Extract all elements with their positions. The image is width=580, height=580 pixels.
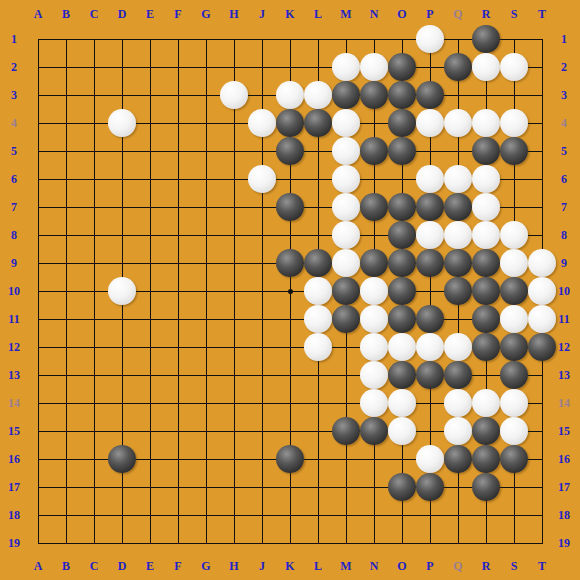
intersection-Q9[interactable] xyxy=(444,249,472,277)
intersection-T4[interactable] xyxy=(528,109,556,137)
intersection-C14[interactable] xyxy=(80,389,108,417)
intersection-T5[interactable] xyxy=(528,137,556,165)
intersection-H14[interactable] xyxy=(220,389,248,417)
intersection-F11[interactable] xyxy=(164,305,192,333)
intersection-P13[interactable] xyxy=(416,361,444,389)
intersection-P4[interactable] xyxy=(416,109,444,137)
intersection-O11[interactable] xyxy=(388,305,416,333)
intersection-H17[interactable] xyxy=(220,473,248,501)
intersection-Q11[interactable] xyxy=(444,305,472,333)
intersection-P3[interactable] xyxy=(416,81,444,109)
intersection-T15[interactable] xyxy=(528,417,556,445)
intersection-P10[interactable] xyxy=(416,277,444,305)
intersection-D11[interactable] xyxy=(108,305,136,333)
intersection-H15[interactable] xyxy=(220,417,248,445)
intersection-N14[interactable] xyxy=(360,389,388,417)
intersection-S15[interactable] xyxy=(500,417,528,445)
intersection-H18[interactable] xyxy=(220,501,248,529)
intersection-B15[interactable] xyxy=(52,417,80,445)
intersection-P17[interactable] xyxy=(416,473,444,501)
intersection-R11[interactable] xyxy=(472,305,500,333)
intersection-L12[interactable] xyxy=(304,333,332,361)
intersection-C9[interactable] xyxy=(80,249,108,277)
intersection-C4[interactable] xyxy=(80,109,108,137)
intersection-A10[interactable] xyxy=(24,277,52,305)
intersection-F19[interactable] xyxy=(164,529,192,557)
intersection-Q1[interactable] xyxy=(444,25,472,53)
intersection-J2[interactable] xyxy=(248,53,276,81)
intersection-E12[interactable] xyxy=(136,333,164,361)
intersection-D10[interactable] xyxy=(108,277,136,305)
intersection-A7[interactable] xyxy=(24,193,52,221)
intersection-Q4[interactable] xyxy=(444,109,472,137)
intersection-H19[interactable] xyxy=(220,529,248,557)
intersection-F4[interactable] xyxy=(164,109,192,137)
intersection-M6[interactable] xyxy=(332,165,360,193)
intersection-T6[interactable] xyxy=(528,165,556,193)
intersection-C2[interactable] xyxy=(80,53,108,81)
intersection-S7[interactable] xyxy=(500,193,528,221)
intersection-O5[interactable] xyxy=(388,137,416,165)
intersection-K13[interactable] xyxy=(276,361,304,389)
intersection-B4[interactable] xyxy=(52,109,80,137)
intersection-K3[interactable] xyxy=(276,81,304,109)
intersection-M7[interactable] xyxy=(332,193,360,221)
intersection-D8[interactable] xyxy=(108,221,136,249)
intersection-G16[interactable] xyxy=(192,445,220,473)
intersection-F16[interactable] xyxy=(164,445,192,473)
intersection-C1[interactable] xyxy=(80,25,108,53)
intersection-H12[interactable] xyxy=(220,333,248,361)
intersection-T13[interactable] xyxy=(528,361,556,389)
intersection-P15[interactable] xyxy=(416,417,444,445)
intersection-J19[interactable] xyxy=(248,529,276,557)
intersection-L15[interactable] xyxy=(304,417,332,445)
intersection-N1[interactable] xyxy=(360,25,388,53)
intersection-R12[interactable] xyxy=(472,333,500,361)
intersection-Q18[interactable] xyxy=(444,501,472,529)
intersection-T11[interactable] xyxy=(528,305,556,333)
intersection-P16[interactable] xyxy=(416,445,444,473)
intersection-O4[interactable] xyxy=(388,109,416,137)
intersection-F3[interactable] xyxy=(164,81,192,109)
intersection-L5[interactable] xyxy=(304,137,332,165)
intersection-C15[interactable] xyxy=(80,417,108,445)
intersection-S5[interactable] xyxy=(500,137,528,165)
intersection-Q12[interactable] xyxy=(444,333,472,361)
intersection-P5[interactable] xyxy=(416,137,444,165)
intersection-G7[interactable] xyxy=(192,193,220,221)
intersection-T2[interactable] xyxy=(528,53,556,81)
intersection-J10[interactable] xyxy=(248,277,276,305)
intersection-K12[interactable] xyxy=(276,333,304,361)
intersection-L13[interactable] xyxy=(304,361,332,389)
intersection-L7[interactable] xyxy=(304,193,332,221)
intersection-M11[interactable] xyxy=(332,305,360,333)
intersection-C7[interactable] xyxy=(80,193,108,221)
intersection-P12[interactable] xyxy=(416,333,444,361)
intersection-Q8[interactable] xyxy=(444,221,472,249)
intersection-O9[interactable] xyxy=(388,249,416,277)
intersection-P7[interactable] xyxy=(416,193,444,221)
intersection-J11[interactable] xyxy=(248,305,276,333)
intersection-O16[interactable] xyxy=(388,445,416,473)
intersection-R4[interactable] xyxy=(472,109,500,137)
intersection-J6[interactable] xyxy=(248,165,276,193)
intersection-Q3[interactable] xyxy=(444,81,472,109)
intersection-T18[interactable] xyxy=(528,501,556,529)
intersection-D7[interactable] xyxy=(108,193,136,221)
intersection-K4[interactable] xyxy=(276,109,304,137)
intersection-B16[interactable] xyxy=(52,445,80,473)
intersection-D15[interactable] xyxy=(108,417,136,445)
intersection-D14[interactable] xyxy=(108,389,136,417)
intersection-J3[interactable] xyxy=(248,81,276,109)
intersection-P11[interactable] xyxy=(416,305,444,333)
intersection-O15[interactable] xyxy=(388,417,416,445)
intersection-H8[interactable] xyxy=(220,221,248,249)
intersection-C12[interactable] xyxy=(80,333,108,361)
intersection-K10[interactable] xyxy=(276,277,304,305)
intersection-M13[interactable] xyxy=(332,361,360,389)
intersection-S6[interactable] xyxy=(500,165,528,193)
intersection-K9[interactable] xyxy=(276,249,304,277)
intersection-O7[interactable] xyxy=(388,193,416,221)
intersection-K18[interactable] xyxy=(276,501,304,529)
intersection-M15[interactable] xyxy=(332,417,360,445)
intersection-R2[interactable] xyxy=(472,53,500,81)
intersection-H2[interactable] xyxy=(220,53,248,81)
intersection-H5[interactable] xyxy=(220,137,248,165)
intersection-C6[interactable] xyxy=(80,165,108,193)
intersection-O1[interactable] xyxy=(388,25,416,53)
intersection-A17[interactable] xyxy=(24,473,52,501)
intersection-A11[interactable] xyxy=(24,305,52,333)
intersection-F13[interactable] xyxy=(164,361,192,389)
intersection-R1[interactable] xyxy=(472,25,500,53)
intersection-S16[interactable] xyxy=(500,445,528,473)
intersection-M10[interactable] xyxy=(332,277,360,305)
intersection-T1[interactable] xyxy=(528,25,556,53)
intersection-L19[interactable] xyxy=(304,529,332,557)
intersection-N11[interactable] xyxy=(360,305,388,333)
intersection-P14[interactable] xyxy=(416,389,444,417)
intersection-R5[interactable] xyxy=(472,137,500,165)
intersection-N4[interactable] xyxy=(360,109,388,137)
intersection-H4[interactable] xyxy=(220,109,248,137)
intersection-E18[interactable] xyxy=(136,501,164,529)
intersection-R6[interactable] xyxy=(472,165,500,193)
intersection-J9[interactable] xyxy=(248,249,276,277)
intersection-Q2[interactable] xyxy=(444,53,472,81)
intersection-G4[interactable] xyxy=(192,109,220,137)
intersection-K7[interactable] xyxy=(276,193,304,221)
intersection-B12[interactable] xyxy=(52,333,80,361)
intersection-H16[interactable] xyxy=(220,445,248,473)
intersection-E10[interactable] xyxy=(136,277,164,305)
intersection-F2[interactable] xyxy=(164,53,192,81)
intersection-N12[interactable] xyxy=(360,333,388,361)
intersection-R13[interactable] xyxy=(472,361,500,389)
intersection-O18[interactable] xyxy=(388,501,416,529)
intersection-K14[interactable] xyxy=(276,389,304,417)
intersection-K8[interactable] xyxy=(276,221,304,249)
intersection-E17[interactable] xyxy=(136,473,164,501)
intersection-S9[interactable] xyxy=(500,249,528,277)
intersection-R17[interactable] xyxy=(472,473,500,501)
intersection-S10[interactable] xyxy=(500,277,528,305)
intersection-A5[interactable] xyxy=(24,137,52,165)
intersection-C3[interactable] xyxy=(80,81,108,109)
intersection-T16[interactable] xyxy=(528,445,556,473)
intersection-E7[interactable] xyxy=(136,193,164,221)
intersection-J16[interactable] xyxy=(248,445,276,473)
intersection-N18[interactable] xyxy=(360,501,388,529)
intersection-D6[interactable] xyxy=(108,165,136,193)
intersection-A13[interactable] xyxy=(24,361,52,389)
intersection-F15[interactable] xyxy=(164,417,192,445)
intersection-S2[interactable] xyxy=(500,53,528,81)
intersection-A14[interactable] xyxy=(24,389,52,417)
intersection-T3[interactable] xyxy=(528,81,556,109)
intersection-L17[interactable] xyxy=(304,473,332,501)
intersection-N7[interactable] xyxy=(360,193,388,221)
intersection-G9[interactable] xyxy=(192,249,220,277)
intersection-A15[interactable] xyxy=(24,417,52,445)
intersection-C8[interactable] xyxy=(80,221,108,249)
intersection-J17[interactable] xyxy=(248,473,276,501)
intersection-M14[interactable] xyxy=(332,389,360,417)
intersection-B7[interactable] xyxy=(52,193,80,221)
intersection-O17[interactable] xyxy=(388,473,416,501)
intersection-M5[interactable] xyxy=(332,137,360,165)
intersection-L16[interactable] xyxy=(304,445,332,473)
intersection-R8[interactable] xyxy=(472,221,500,249)
intersection-G8[interactable] xyxy=(192,221,220,249)
intersection-S12[interactable] xyxy=(500,333,528,361)
intersection-N19[interactable] xyxy=(360,529,388,557)
intersection-G5[interactable] xyxy=(192,137,220,165)
intersection-B9[interactable] xyxy=(52,249,80,277)
intersection-P6[interactable] xyxy=(416,165,444,193)
intersection-R10[interactable] xyxy=(472,277,500,305)
intersection-Q7[interactable] xyxy=(444,193,472,221)
intersection-H3[interactable] xyxy=(220,81,248,109)
intersection-N8[interactable] xyxy=(360,221,388,249)
intersection-C18[interactable] xyxy=(80,501,108,529)
intersection-T10[interactable] xyxy=(528,277,556,305)
intersection-R14[interactable] xyxy=(472,389,500,417)
intersection-L18[interactable] xyxy=(304,501,332,529)
intersection-M8[interactable] xyxy=(332,221,360,249)
intersection-H9[interactable] xyxy=(220,249,248,277)
intersection-J8[interactable] xyxy=(248,221,276,249)
intersection-C11[interactable] xyxy=(80,305,108,333)
intersection-D4[interactable] xyxy=(108,109,136,137)
intersection-G2[interactable] xyxy=(192,53,220,81)
intersection-G1[interactable] xyxy=(192,25,220,53)
intersection-R9[interactable] xyxy=(472,249,500,277)
intersection-O13[interactable] xyxy=(388,361,416,389)
intersection-T17[interactable] xyxy=(528,473,556,501)
intersection-B6[interactable] xyxy=(52,165,80,193)
intersection-D18[interactable] xyxy=(108,501,136,529)
intersection-S13[interactable] xyxy=(500,361,528,389)
intersection-G10[interactable] xyxy=(192,277,220,305)
intersection-B2[interactable] xyxy=(52,53,80,81)
intersection-O10[interactable] xyxy=(388,277,416,305)
intersection-P19[interactable] xyxy=(416,529,444,557)
intersection-D5[interactable] xyxy=(108,137,136,165)
intersection-H11[interactable] xyxy=(220,305,248,333)
intersection-C10[interactable] xyxy=(80,277,108,305)
intersection-R3[interactable] xyxy=(472,81,500,109)
intersection-M2[interactable] xyxy=(332,53,360,81)
intersection-K15[interactable] xyxy=(276,417,304,445)
intersection-F6[interactable] xyxy=(164,165,192,193)
intersection-F17[interactable] xyxy=(164,473,192,501)
intersection-J1[interactable] xyxy=(248,25,276,53)
intersection-S19[interactable] xyxy=(500,529,528,557)
intersection-K5[interactable] xyxy=(276,137,304,165)
intersection-R19[interactable] xyxy=(472,529,500,557)
intersection-G13[interactable] xyxy=(192,361,220,389)
intersection-J15[interactable] xyxy=(248,417,276,445)
intersection-S4[interactable] xyxy=(500,109,528,137)
intersection-A1[interactable] xyxy=(24,25,52,53)
intersection-B5[interactable] xyxy=(52,137,80,165)
intersection-B11[interactable] xyxy=(52,305,80,333)
intersection-J5[interactable] xyxy=(248,137,276,165)
intersection-J13[interactable] xyxy=(248,361,276,389)
intersection-P1[interactable] xyxy=(416,25,444,53)
intersection-H1[interactable] xyxy=(220,25,248,53)
intersection-D2[interactable] xyxy=(108,53,136,81)
intersection-D13[interactable] xyxy=(108,361,136,389)
intersection-S14[interactable] xyxy=(500,389,528,417)
intersection-Q19[interactable] xyxy=(444,529,472,557)
intersection-A2[interactable] xyxy=(24,53,52,81)
intersection-T14[interactable] xyxy=(528,389,556,417)
intersection-M4[interactable] xyxy=(332,109,360,137)
intersection-S1[interactable] xyxy=(500,25,528,53)
intersection-L11[interactable] xyxy=(304,305,332,333)
intersection-G3[interactable] xyxy=(192,81,220,109)
intersection-A18[interactable] xyxy=(24,501,52,529)
intersection-O2[interactable] xyxy=(388,53,416,81)
intersection-A9[interactable] xyxy=(24,249,52,277)
intersection-F5[interactable] xyxy=(164,137,192,165)
intersection-R7[interactable] xyxy=(472,193,500,221)
intersection-Q6[interactable] xyxy=(444,165,472,193)
intersection-J7[interactable] xyxy=(248,193,276,221)
intersection-O14[interactable] xyxy=(388,389,416,417)
intersection-K2[interactable] xyxy=(276,53,304,81)
intersection-L6[interactable] xyxy=(304,165,332,193)
intersection-D19[interactable] xyxy=(108,529,136,557)
intersection-M16[interactable] xyxy=(332,445,360,473)
intersection-A6[interactable] xyxy=(24,165,52,193)
intersection-B14[interactable] xyxy=(52,389,80,417)
intersection-Q15[interactable] xyxy=(444,417,472,445)
intersection-E6[interactable] xyxy=(136,165,164,193)
intersection-E14[interactable] xyxy=(136,389,164,417)
intersection-B10[interactable] xyxy=(52,277,80,305)
intersection-L14[interactable] xyxy=(304,389,332,417)
intersection-K17[interactable] xyxy=(276,473,304,501)
intersection-E13[interactable] xyxy=(136,361,164,389)
intersection-T9[interactable] xyxy=(528,249,556,277)
intersection-F10[interactable] xyxy=(164,277,192,305)
intersection-B19[interactable] xyxy=(52,529,80,557)
intersection-D16[interactable] xyxy=(108,445,136,473)
intersection-C17[interactable] xyxy=(80,473,108,501)
intersection-E16[interactable] xyxy=(136,445,164,473)
intersection-L9[interactable] xyxy=(304,249,332,277)
intersection-G14[interactable] xyxy=(192,389,220,417)
intersection-S17[interactable] xyxy=(500,473,528,501)
intersection-P8[interactable] xyxy=(416,221,444,249)
intersection-F12[interactable] xyxy=(164,333,192,361)
intersection-T19[interactable] xyxy=(528,529,556,557)
intersection-N15[interactable] xyxy=(360,417,388,445)
intersection-N6[interactable] xyxy=(360,165,388,193)
intersection-H10[interactable] xyxy=(220,277,248,305)
intersection-N13[interactable] xyxy=(360,361,388,389)
intersection-N10[interactable] xyxy=(360,277,388,305)
intersection-A4[interactable] xyxy=(24,109,52,137)
intersection-K6[interactable] xyxy=(276,165,304,193)
intersection-M12[interactable] xyxy=(332,333,360,361)
intersection-R18[interactable] xyxy=(472,501,500,529)
intersection-Q14[interactable] xyxy=(444,389,472,417)
intersection-P9[interactable] xyxy=(416,249,444,277)
intersection-J4[interactable] xyxy=(248,109,276,137)
intersection-E1[interactable] xyxy=(136,25,164,53)
intersection-E9[interactable] xyxy=(136,249,164,277)
intersection-O6[interactable] xyxy=(388,165,416,193)
intersection-T12[interactable] xyxy=(528,333,556,361)
intersection-O3[interactable] xyxy=(388,81,416,109)
intersection-D17[interactable] xyxy=(108,473,136,501)
intersection-C13[interactable] xyxy=(80,361,108,389)
intersection-E3[interactable] xyxy=(136,81,164,109)
intersection-S8[interactable] xyxy=(500,221,528,249)
intersection-L3[interactable] xyxy=(304,81,332,109)
intersection-N5[interactable] xyxy=(360,137,388,165)
intersection-M1[interactable] xyxy=(332,25,360,53)
intersection-E11[interactable] xyxy=(136,305,164,333)
intersection-M3[interactable] xyxy=(332,81,360,109)
intersection-Q17[interactable] xyxy=(444,473,472,501)
intersection-M18[interactable] xyxy=(332,501,360,529)
intersection-A12[interactable] xyxy=(24,333,52,361)
intersection-A8[interactable] xyxy=(24,221,52,249)
intersection-O8[interactable] xyxy=(388,221,416,249)
intersection-D1[interactable] xyxy=(108,25,136,53)
intersection-G19[interactable] xyxy=(192,529,220,557)
intersection-B18[interactable] xyxy=(52,501,80,529)
intersection-F7[interactable] xyxy=(164,193,192,221)
intersection-C19[interactable] xyxy=(80,529,108,557)
intersection-G12[interactable] xyxy=(192,333,220,361)
intersection-N9[interactable] xyxy=(360,249,388,277)
intersection-L1[interactable] xyxy=(304,25,332,53)
intersection-H6[interactable] xyxy=(220,165,248,193)
intersection-E4[interactable] xyxy=(136,109,164,137)
intersection-N17[interactable] xyxy=(360,473,388,501)
intersection-R16[interactable] xyxy=(472,445,500,473)
